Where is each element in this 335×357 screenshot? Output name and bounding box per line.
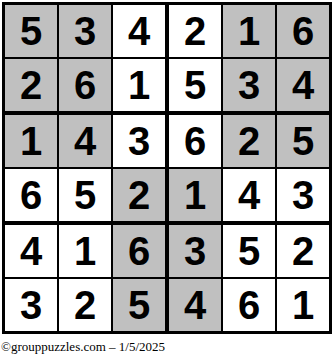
cell-r2c4[interactable]: 5 xyxy=(169,59,223,115)
cell-r5c2[interactable]: 1 xyxy=(59,225,113,279)
cell-r6c3[interactable]: 5 xyxy=(113,279,169,331)
cell-r4c4[interactable]: 1 xyxy=(169,169,223,225)
cell-r1c3[interactable]: 4 xyxy=(113,5,169,59)
cell-r5c4[interactable]: 3 xyxy=(169,225,223,279)
cell-r1c5[interactable]: 1 xyxy=(223,5,277,59)
sudoku-board: 534216261534143625652143416352325461 xyxy=(2,2,332,334)
cell-r6c6[interactable]: 1 xyxy=(277,279,329,331)
cell-r2c2[interactable]: 6 xyxy=(59,59,113,115)
cell-r3c1[interactable]: 1 xyxy=(5,115,59,169)
cell-r2c3[interactable]: 1 xyxy=(113,59,169,115)
cell-r1c6[interactable]: 6 xyxy=(277,5,329,59)
cell-r1c2[interactable]: 3 xyxy=(59,5,113,59)
cell-r6c2[interactable]: 2 xyxy=(59,279,113,331)
cell-r1c1[interactable]: 5 xyxy=(5,5,59,59)
cell-r4c1[interactable]: 6 xyxy=(5,169,59,225)
cell-r3c4[interactable]: 6 xyxy=(169,115,223,169)
cell-r4c5[interactable]: 4 xyxy=(223,169,277,225)
cell-r5c6[interactable]: 2 xyxy=(277,225,329,279)
copyright-date-text: ©grouppuzzles.com – 1/5/2025 xyxy=(1,339,165,355)
cell-r4c6[interactable]: 3 xyxy=(277,169,329,225)
cell-r6c4[interactable]: 4 xyxy=(169,279,223,331)
cell-r6c5[interactable]: 6 xyxy=(223,279,277,331)
cell-r4c3[interactable]: 2 xyxy=(113,169,169,225)
sudoku-grid: 534216261534143625652143416352325461 xyxy=(5,5,329,331)
cell-r5c1[interactable]: 4 xyxy=(5,225,59,279)
cell-r5c5[interactable]: 5 xyxy=(223,225,277,279)
cell-r2c6[interactable]: 4 xyxy=(277,59,329,115)
cell-r3c2[interactable]: 4 xyxy=(59,115,113,169)
cell-r2c5[interactable]: 3 xyxy=(223,59,277,115)
cell-r2c1[interactable]: 2 xyxy=(5,59,59,115)
cell-r3c3[interactable]: 3 xyxy=(113,115,169,169)
cell-r4c2[interactable]: 5 xyxy=(59,169,113,225)
cell-r5c3[interactable]: 6 xyxy=(113,225,169,279)
cell-r1c4[interactable]: 2 xyxy=(169,5,223,59)
cell-r3c6[interactable]: 5 xyxy=(277,115,329,169)
cell-r3c5[interactable]: 2 xyxy=(223,115,277,169)
cell-r6c1[interactable]: 3 xyxy=(5,279,59,331)
